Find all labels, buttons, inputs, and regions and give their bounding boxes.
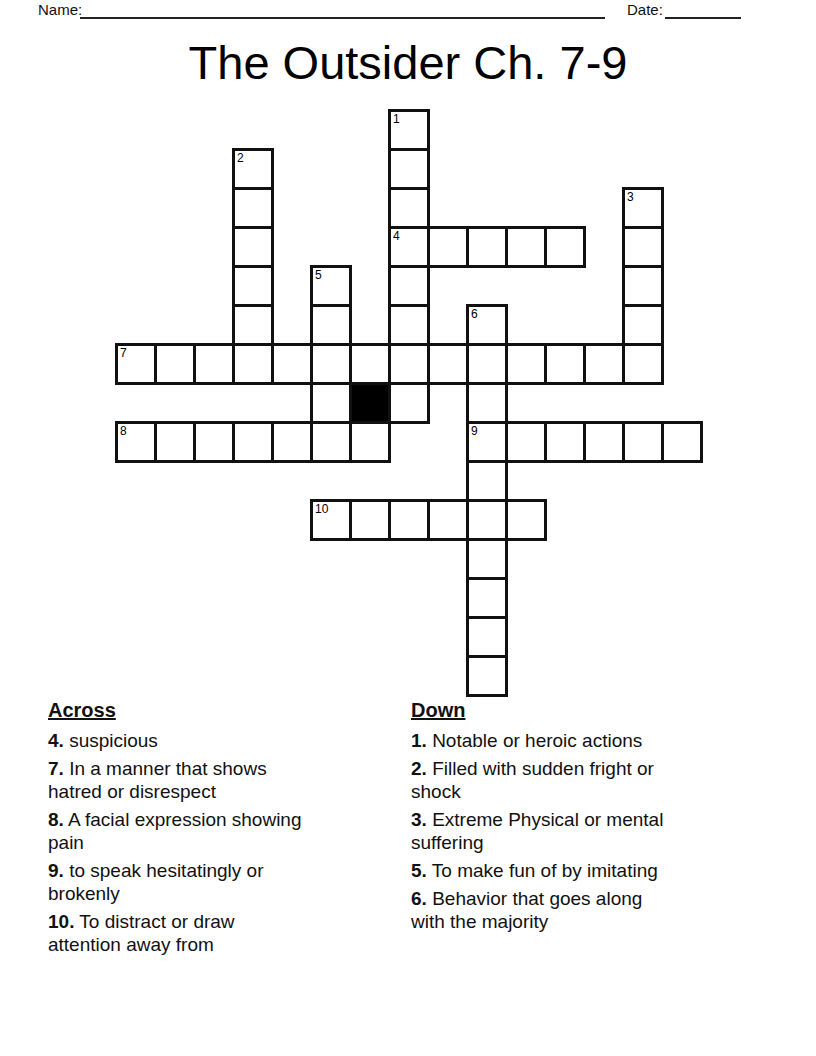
clue-list-number: 5. (411, 860, 427, 881)
clue-number: 8 (120, 425, 127, 437)
grid-cell[interactable]: 7 (115, 343, 157, 385)
grid-cell[interactable]: 2 (232, 148, 274, 190)
grid-cell[interactable] (427, 226, 469, 268)
clue-text-line: with the majority (411, 910, 756, 933)
grid-cell[interactable] (622, 265, 664, 307)
clue-down-2: 2. Filled with sudden fright orshock (411, 757, 756, 803)
clue-across-10: 10. To distract or drawattention away fr… (48, 910, 393, 956)
grid-cell[interactable] (466, 226, 508, 268)
down-header: Down (411, 698, 756, 722)
grid-cell[interactable] (232, 187, 274, 229)
grid-cell[interactable]: 3 (622, 187, 664, 229)
clue-across-4: 4. suspicious (48, 729, 393, 752)
clue-number: 4 (393, 230, 400, 242)
grid-cell[interactable] (505, 343, 547, 385)
grid-cell[interactable] (154, 421, 196, 463)
grid-cell[interactable] (466, 655, 508, 697)
clue-list-number: 3. (411, 809, 427, 830)
clue-text-line: 7. In a manner that shows (48, 757, 393, 780)
clue-text-line: 1. Notable or heroic actions (411, 729, 756, 752)
grid-cell[interactable] (388, 499, 430, 541)
grid-cell[interactable] (466, 616, 508, 658)
grid-cell[interactable] (505, 421, 547, 463)
clue-list-number: 6. (411, 888, 427, 909)
grid-cell[interactable] (388, 304, 430, 346)
grid-cell[interactable] (427, 343, 469, 385)
grid-cell[interactable] (349, 343, 391, 385)
grid-cell[interactable] (232, 343, 274, 385)
grid-cell[interactable] (388, 382, 430, 424)
grid-cell[interactable] (388, 187, 430, 229)
grid-cell[interactable] (349, 421, 391, 463)
across-clue-column: Across 4. suspicious7. In a manner that … (48, 698, 393, 961)
grid-cell[interactable] (583, 343, 625, 385)
clue-text-line: shock (411, 780, 756, 803)
clue-list-number: 10. (48, 911, 74, 932)
clue-across-8: 8. A facial expression showingpain (48, 808, 393, 854)
grid-cell[interactable] (388, 148, 430, 190)
grid-cell[interactable] (466, 538, 508, 580)
clue-text-line: 3. Extreme Physical or mental (411, 808, 756, 831)
clue-text-line: 2. Filled with sudden fright or (411, 757, 756, 780)
grid-cell[interactable] (232, 226, 274, 268)
grid-cell[interactable] (310, 421, 352, 463)
clue-text-line: hatred or disrespect (48, 780, 393, 803)
across-clue-list: 4. suspicious7. In a manner that showsha… (48, 729, 393, 956)
grid-cell[interactable] (232, 421, 274, 463)
clue-text-line: attention away from (48, 933, 393, 956)
clue-text-line: 6. Behavior that goes along (411, 887, 756, 910)
clue-down-3: 3. Extreme Physical or mentalsuffering (411, 808, 756, 854)
clue-number: 10 (315, 503, 328, 515)
grid-cell[interactable] (622, 304, 664, 346)
grid-cell[interactable]: 4 (388, 226, 430, 268)
grid-cell[interactable] (271, 343, 313, 385)
grid-cell[interactable]: 1 (388, 109, 430, 151)
clue-text-line: 4. suspicious (48, 729, 393, 752)
clue-text-line: 9. to speak hesitatingly or (48, 859, 393, 882)
clue-down-1: 1. Notable or heroic actions (411, 729, 756, 752)
grid-cell[interactable] (466, 577, 508, 619)
grid-cell[interactable] (232, 265, 274, 307)
clue-across-7: 7. In a manner that showshatred or disre… (48, 757, 393, 803)
clue-text-line: 5. To make fun of by imitating (411, 859, 756, 882)
clue-text-line: 10. To distract or draw (48, 910, 393, 933)
grid-cell[interactable] (310, 343, 352, 385)
clue-down-5: 5. To make fun of by imitating (411, 859, 756, 882)
grid-cell[interactable] (544, 343, 586, 385)
clue-text-line: 8. A facial expression showing (48, 808, 393, 831)
clue-number: 9 (471, 425, 478, 437)
grid-cell[interactable] (310, 382, 352, 424)
grid-cell[interactable] (466, 382, 508, 424)
across-header: Across (48, 698, 393, 722)
down-clue-list: 1. Notable or heroic actions2. Filled wi… (411, 729, 756, 933)
grid-cell[interactable]: 8 (115, 421, 157, 463)
grid-cell[interactable]: 5 (310, 265, 352, 307)
grid-cell[interactable] (232, 304, 274, 346)
clue-list-number: 9. (48, 860, 64, 881)
grid-cell[interactable] (427, 499, 469, 541)
clue-list-number: 2. (411, 758, 427, 779)
clue-text-line: pain (48, 831, 393, 854)
name-line[interactable] (80, 0, 605, 19)
clue-text-line: brokenly (48, 882, 393, 905)
date-line[interactable] (665, 0, 741, 19)
grid-cell[interactable] (193, 421, 235, 463)
blocked-cell (349, 382, 391, 424)
grid-cell[interactable] (466, 499, 508, 541)
clue-across-9: 9. to speak hesitatingly orbrokenly (48, 859, 393, 905)
clue-list-number: 7. (48, 758, 64, 779)
grid-cell[interactable] (349, 499, 391, 541)
grid-cell[interactable] (622, 421, 664, 463)
name-label: Name: (38, 1, 82, 18)
grid-cell[interactable]: 9 (466, 421, 508, 463)
grid-cell[interactable] (505, 226, 547, 268)
grid-cell[interactable] (505, 499, 547, 541)
clue-list-number: 1. (411, 730, 427, 751)
grid-cell[interactable] (193, 343, 235, 385)
clue-number: 5 (315, 269, 322, 281)
grid-cell[interactable] (583, 421, 625, 463)
grid-cell[interactable] (388, 343, 430, 385)
date-label: Date: (627, 1, 663, 18)
grid-cell[interactable] (310, 304, 352, 346)
grid-cell[interactable] (544, 421, 586, 463)
clue-number: 7 (120, 347, 127, 359)
grid-cell[interactable] (622, 226, 664, 268)
clue-number: 1 (393, 113, 400, 125)
clue-text-line: suffering (411, 831, 756, 854)
crossword-grid: 12345678910 (115, 109, 703, 697)
grid-cell[interactable] (661, 421, 703, 463)
grid-cell[interactable]: 6 (466, 304, 508, 346)
grid-cell[interactable] (154, 343, 196, 385)
grid-cell[interactable] (466, 343, 508, 385)
grid-cell[interactable] (388, 265, 430, 307)
down-clue-column: Down 1. Notable or heroic actions2. Fill… (411, 698, 756, 938)
grid-cell[interactable] (271, 421, 313, 463)
clue-number: 6 (471, 308, 478, 320)
clue-down-6: 6. Behavior that goes alongwith the majo… (411, 887, 756, 933)
grid-cell[interactable] (544, 226, 586, 268)
clue-list-number: 4. (48, 730, 64, 751)
clue-number: 2 (237, 152, 244, 164)
grid-cell[interactable] (466, 460, 508, 502)
page-title: The Outsider Ch. 7-9 (0, 36, 816, 90)
grid-cell[interactable] (622, 343, 664, 385)
clue-list-number: 8. (48, 809, 64, 830)
grid-cell[interactable]: 10 (310, 499, 352, 541)
clue-number: 3 (627, 191, 634, 203)
